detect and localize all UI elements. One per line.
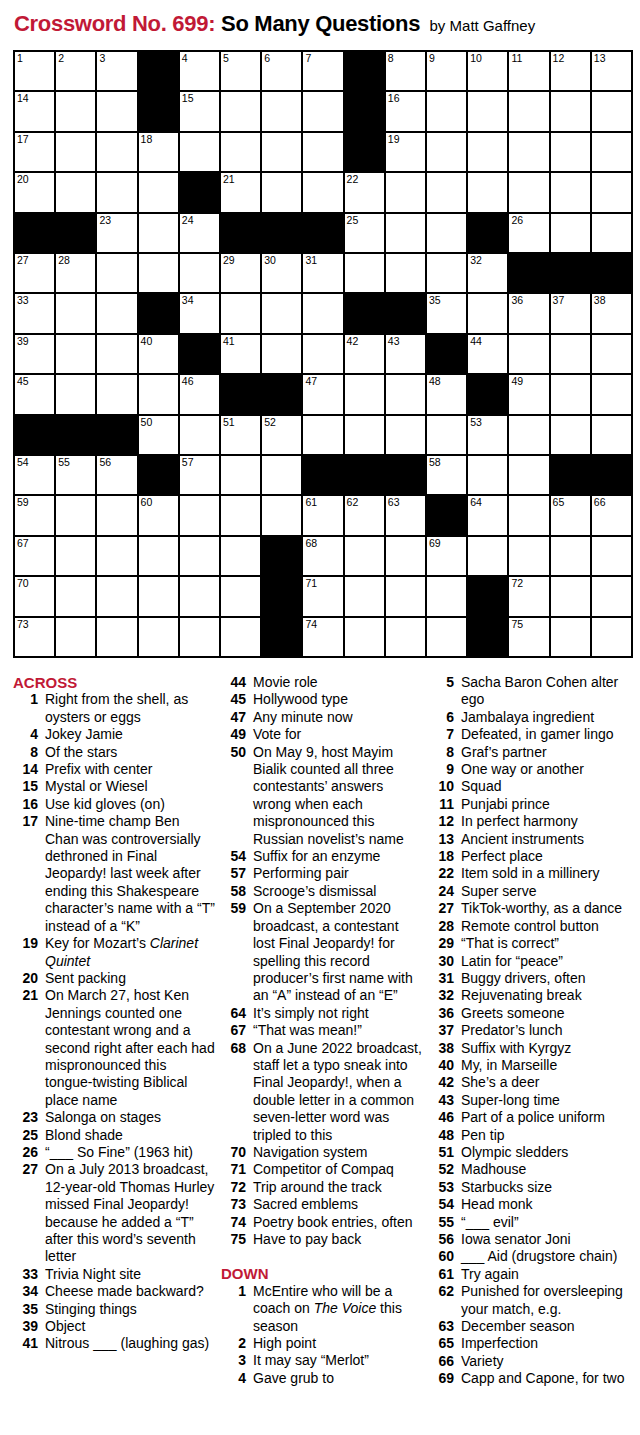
grid-cell[interactable] <box>221 537 260 575</box>
clue-number: 49 <box>221 726 253 743</box>
grid-cell[interactable]: 43 <box>386 335 425 373</box>
grid-cell[interactable]: 41 <box>221 335 260 373</box>
grid-cell[interactable] <box>262 496 301 534</box>
grid-cell[interactable]: 6 <box>262 52 301 90</box>
black-square <box>139 52 178 90</box>
grid-cell[interactable]: 49 <box>509 375 548 413</box>
grid-cell[interactable]: 60 <box>139 496 178 534</box>
cell-number: 42 <box>347 335 359 348</box>
grid-cell[interactable] <box>386 254 425 292</box>
grid-cell[interactable] <box>97 294 136 332</box>
clue-number: 60 <box>429 1248 461 1265</box>
clue-number: 11 <box>429 796 461 813</box>
grid-cell[interactable] <box>551 416 590 454</box>
grid-cell[interactable]: 64 <box>468 496 507 534</box>
grid-cell[interactable] <box>386 618 425 656</box>
grid-cell[interactable] <box>386 214 425 252</box>
grid-cell[interactable]: 42 <box>345 335 384 373</box>
grid-cell[interactable] <box>592 92 631 130</box>
grid-cell[interactable]: 52 <box>262 416 301 454</box>
grid-cell[interactable] <box>303 133 342 171</box>
black-square <box>427 496 466 534</box>
clue-text: On May 9, host Mayim Bialik counted all … <box>253 744 424 848</box>
grid-cell[interactable] <box>221 577 260 615</box>
clue-number: 73 <box>221 1196 253 1213</box>
clue-text: Of the stars <box>45 744 216 761</box>
grid-cell[interactable]: 54 <box>15 456 54 494</box>
clue-number: 67 <box>221 1022 253 1039</box>
grid-cell[interactable]: 58 <box>427 456 466 494</box>
clue: 47Any minute now <box>221 709 424 726</box>
grid-cell[interactable] <box>56 618 95 656</box>
grid-cell[interactable] <box>303 92 342 130</box>
grid-cell[interactable] <box>509 537 548 575</box>
clue: 28Remote control button <box>429 918 632 935</box>
grid-cell[interactable]: 29 <box>221 254 260 292</box>
grid-cell[interactable] <box>592 133 631 171</box>
grid-cell[interactable] <box>468 537 507 575</box>
grid-cell[interactable] <box>551 92 590 130</box>
clue-text: Buggy drivers, often <box>461 970 632 987</box>
clue-text: Ancient instruments <box>461 831 632 848</box>
clue-number: 1 <box>221 1283 253 1335</box>
clue-text: Nitrous ___ (laughing gas) <box>45 1335 216 1352</box>
grid-cell[interactable] <box>551 577 590 615</box>
clue-number: 13 <box>429 831 461 848</box>
grid-cell[interactable] <box>345 537 384 575</box>
clue-text: Sacha Baron Cohen alter ego <box>461 674 632 709</box>
grid-cell[interactable]: 66 <box>592 496 631 534</box>
grid-cell[interactable]: 75 <box>509 618 548 656</box>
grid-cell[interactable]: 65 <box>551 496 590 534</box>
clue-number: 20 <box>13 970 45 987</box>
clue-text: Navigation system <box>253 1144 424 1161</box>
cell-number: 63 <box>388 496 400 509</box>
clue: 8Of the stars <box>13 744 216 761</box>
clue: 61Try again <box>429 1266 632 1283</box>
down-heading: DOWN <box>221 1265 424 1282</box>
grid-cell[interactable] <box>592 335 631 373</box>
grid-cell[interactable] <box>427 416 466 454</box>
grid-cell[interactable] <box>262 173 301 211</box>
grid-cell[interactable]: 53 <box>468 416 507 454</box>
grid-cell[interactable] <box>262 133 301 171</box>
clue-column-1: ACROSS1Right from the shell, as oysters … <box>13 674 216 1353</box>
clue-text: Suffix for an enzyme <box>253 848 424 865</box>
cell-number: 70 <box>17 577 29 590</box>
grid-cell[interactable] <box>592 214 631 252</box>
grid-cell[interactable]: 37 <box>551 294 590 332</box>
grid-cell[interactable] <box>139 173 178 211</box>
grid-cell[interactable] <box>551 173 590 211</box>
clue-number: 37 <box>429 1022 461 1039</box>
clue-number: 43 <box>429 1092 461 1109</box>
grid-cell[interactable] <box>303 173 342 211</box>
grid-cell[interactable] <box>551 335 590 373</box>
grid-cell[interactable] <box>180 577 219 615</box>
grid-cell[interactable] <box>427 173 466 211</box>
grid-cell[interactable]: 20 <box>15 173 54 211</box>
grid-cell[interactable]: 45 <box>15 375 54 413</box>
grid-cell[interactable] <box>97 537 136 575</box>
grid-cell[interactable] <box>303 294 342 332</box>
grid-cell[interactable] <box>551 618 590 656</box>
cell-number: 52 <box>264 416 276 429</box>
grid-cell[interactable]: 46 <box>180 375 219 413</box>
grid-cell[interactable] <box>345 375 384 413</box>
grid-cell[interactable] <box>345 254 384 292</box>
grid-cell[interactable] <box>97 496 136 534</box>
black-square <box>427 335 466 373</box>
grid-cell[interactable] <box>427 618 466 656</box>
grid-cell[interactable]: 23 <box>97 214 136 252</box>
clue: 27TikTok-worthy, as a dance <box>429 900 632 917</box>
clue: 71Competitor of Compaq <box>221 1161 424 1178</box>
black-square <box>262 375 301 413</box>
grid-cell[interactable] <box>345 416 384 454</box>
grid-cell[interactable]: 9 <box>427 52 466 90</box>
grid-cell[interactable] <box>56 375 95 413</box>
grid-cell[interactable]: 68 <box>303 537 342 575</box>
grid-cell[interactable]: 19 <box>386 133 425 171</box>
grid-cell[interactable] <box>427 577 466 615</box>
black-square <box>56 416 95 454</box>
grid-cell[interactable]: 26 <box>509 214 548 252</box>
clue-text: McEntire who will be a coach on The Voic… <box>253 1283 424 1335</box>
cell-number: 58 <box>429 456 441 469</box>
grid-cell[interactable]: 22 <box>345 173 384 211</box>
grid-cell[interactable]: 4 <box>180 52 219 90</box>
grid-cell[interactable] <box>56 294 95 332</box>
grid-cell[interactable] <box>221 618 260 656</box>
grid-cell[interactable]: 14 <box>15 92 54 130</box>
grid-cell[interactable] <box>386 577 425 615</box>
grid-cell[interactable] <box>56 577 95 615</box>
grid-cell[interactable] <box>97 375 136 413</box>
grid-cell[interactable] <box>427 214 466 252</box>
clue-text: Trip around the track <box>253 1179 424 1196</box>
grid-cell[interactable] <box>468 456 507 494</box>
grid-cell[interactable] <box>427 254 466 292</box>
grid-cell[interactable] <box>427 133 466 171</box>
grid-cell[interactable] <box>509 456 548 494</box>
clue-text: Prefix with center <box>45 761 216 778</box>
cell-number: 53 <box>470 416 482 429</box>
grid-cell[interactable]: 61 <box>303 496 342 534</box>
clue-number: 2 <box>221 1335 253 1352</box>
clue-text: Capp and Capone, for two <box>461 1370 632 1387</box>
grid-cell[interactable] <box>56 335 95 373</box>
grid-cell[interactable] <box>592 577 631 615</box>
grid-cell[interactable] <box>221 92 260 130</box>
grid-cell[interactable]: 67 <box>15 537 54 575</box>
clue-number: 56 <box>429 1231 461 1248</box>
clue: 55“___ evil” <box>429 1214 632 1231</box>
grid-cell[interactable] <box>551 133 590 171</box>
grid-cell[interactable]: 36 <box>509 294 548 332</box>
clue-number: 27 <box>13 1161 45 1265</box>
clue: 15Mystal or Wiesel <box>13 778 216 795</box>
grid-cell[interactable] <box>262 294 301 332</box>
grid-cell[interactable]: 50 <box>139 416 178 454</box>
grid-cell[interactable] <box>221 496 260 534</box>
cell-number: 22 <box>347 173 359 186</box>
grid-cell[interactable] <box>139 254 178 292</box>
black-square <box>345 52 384 90</box>
cell-number: 32 <box>470 254 482 267</box>
grid-cell[interactable] <box>139 214 178 252</box>
grid-cell[interactable] <box>262 92 301 130</box>
grid-cell[interactable]: 70 <box>15 577 54 615</box>
clue-text: Punished for oversleeping your match, e.… <box>461 1283 632 1318</box>
black-square <box>262 577 301 615</box>
grid-cell[interactable] <box>386 375 425 413</box>
clue-number: 62 <box>429 1283 461 1318</box>
clue: 4Jokey Jamie <box>13 726 216 743</box>
clue: 67“That was mean!” <box>221 1022 424 1039</box>
crossword-grid[interactable]: 1234567891011121314151617181920212223242… <box>13 50 633 658</box>
grid-cell[interactable]: 63 <box>386 496 425 534</box>
grid-cell[interactable] <box>592 173 631 211</box>
grid-cell[interactable]: 57 <box>180 456 219 494</box>
cell-number: 13 <box>594 52 606 65</box>
clue-text: December season <box>461 1318 632 1335</box>
grid-cell[interactable] <box>97 133 136 171</box>
grid-cell[interactable] <box>592 416 631 454</box>
clue: 75Have to pay back <box>221 1231 424 1248</box>
grid-cell[interactable] <box>303 416 342 454</box>
clue: 43Super-long time <box>429 1092 632 1109</box>
clue-text: On a June 2022 broadcast, staff let a ty… <box>253 1040 424 1144</box>
grid-cell[interactable] <box>386 537 425 575</box>
grid-cell[interactable]: 44 <box>468 335 507 373</box>
grid-cell[interactable]: 69 <box>427 537 466 575</box>
grid-cell[interactable] <box>180 254 219 292</box>
grid-cell[interactable] <box>221 133 260 171</box>
grid-cell[interactable]: 11 <box>509 52 548 90</box>
grid-cell[interactable] <box>468 294 507 332</box>
clue-text: Right from the shell, as oysters or eggs <box>45 691 216 726</box>
grid-cell[interactable]: 27 <box>15 254 54 292</box>
grid-cell[interactable] <box>509 92 548 130</box>
grid-cell[interactable]: 31 <box>303 254 342 292</box>
grid-cell[interactable] <box>56 537 95 575</box>
clue-number: 32 <box>429 987 461 1004</box>
grid-cell[interactable] <box>427 92 466 130</box>
clue: 5Sacha Baron Cohen alter ego <box>429 674 632 709</box>
black-square <box>386 294 425 332</box>
grid-cell[interactable] <box>345 618 384 656</box>
grid-cell[interactable] <box>592 537 631 575</box>
cell-number: 62 <box>347 496 359 509</box>
grid-cell[interactable]: 5 <box>221 52 260 90</box>
grid-cell[interactable] <box>386 416 425 454</box>
clue-number: 29 <box>429 935 461 952</box>
clue: 49Vote for <box>221 726 424 743</box>
grid-cell[interactable] <box>468 92 507 130</box>
grid-cell[interactable] <box>97 577 136 615</box>
grid-cell[interactable] <box>551 375 590 413</box>
grid-cell[interactable]: 2 <box>56 52 95 90</box>
grid-cell[interactable]: 25 <box>345 214 384 252</box>
grid-cell[interactable]: 55 <box>56 456 95 494</box>
clue-text: On March 27, host Ken Jennings counted o… <box>45 987 216 1109</box>
clue-text: Performing pair <box>253 865 424 882</box>
clue-number: 71 <box>221 1161 253 1178</box>
grid-cell[interactable] <box>139 577 178 615</box>
grid-cell[interactable]: 3 <box>97 52 136 90</box>
grid-cell[interactable]: 21 <box>221 173 260 211</box>
grid-cell[interactable] <box>262 335 301 373</box>
grid-cell[interactable]: 59 <box>15 496 54 534</box>
clue: 40My, in Marseille <box>429 1057 632 1074</box>
clue: 12In perfect harmony <box>429 813 632 830</box>
grid-cell[interactable]: 72 <box>509 577 548 615</box>
clue: 63December season <box>429 1318 632 1335</box>
clue-number: 30 <box>429 953 461 970</box>
clue: 53Starbucks size <box>429 1179 632 1196</box>
black-square <box>345 133 384 171</box>
grid-cell[interactable] <box>592 375 631 413</box>
grid-cell[interactable]: 13 <box>592 52 631 90</box>
grid-cell[interactable]: 30 <box>262 254 301 292</box>
clue-text: TikTok-worthy, as a dance <box>461 900 632 917</box>
grid-cell[interactable]: 17 <box>15 133 54 171</box>
cell-number: 75 <box>511 618 523 631</box>
grid-cell[interactable] <box>551 537 590 575</box>
clue-number: 66 <box>429 1353 461 1370</box>
cell-number: 67 <box>17 537 29 550</box>
clue-text: Item sold in a millinery <box>461 865 632 882</box>
grid-cell[interactable]: 56 <box>97 456 136 494</box>
cell-number: 15 <box>182 92 194 105</box>
cell-number: 72 <box>511 577 523 590</box>
grid-cell[interactable] <box>509 173 548 211</box>
grid-cell[interactable]: 1 <box>15 52 54 90</box>
clue: 26“___ So Fine” (1963 hit) <box>13 1144 216 1161</box>
grid-cell[interactable]: 51 <box>221 416 260 454</box>
grid-cell[interactable]: 71 <box>303 577 342 615</box>
clue: 25Blond shade <box>13 1127 216 1144</box>
clue-text: Suffix with Kyrgyz <box>461 1040 632 1057</box>
grid-cell[interactable]: 28 <box>56 254 95 292</box>
grid-cell[interactable] <box>97 618 136 656</box>
grid-cell[interactable] <box>139 618 178 656</box>
grid-cell[interactable] <box>221 456 260 494</box>
grid-cell[interactable] <box>97 335 136 373</box>
grid-cell[interactable]: 33 <box>15 294 54 332</box>
clue-text: Any minute now <box>253 709 424 726</box>
cell-number: 49 <box>511 375 523 388</box>
grid-cell[interactable]: 15 <box>180 92 219 130</box>
grid-cell[interactable] <box>509 133 548 171</box>
grid-cell[interactable]: 35 <box>427 294 466 332</box>
grid-cell[interactable]: 47 <box>303 375 342 413</box>
black-square <box>509 254 548 292</box>
grid-cell[interactable]: 62 <box>345 496 384 534</box>
grid-cell[interactable]: 34 <box>180 294 219 332</box>
clue-text: Movie role <box>253 674 424 691</box>
grid-cell[interactable]: 7 <box>303 52 342 90</box>
clue-text: Predator’s lunch <box>461 1022 632 1039</box>
grid-cell[interactable]: 18 <box>139 133 178 171</box>
clue: 69Capp and Capone, for two <box>429 1370 632 1387</box>
grid-cell[interactable] <box>180 133 219 171</box>
grid-cell[interactable] <box>468 133 507 171</box>
black-square <box>345 294 384 332</box>
grid-cell[interactable] <box>56 92 95 130</box>
grid-cell[interactable] <box>139 375 178 413</box>
grid-cell[interactable]: 40 <box>139 335 178 373</box>
grid-cell[interactable] <box>262 456 301 494</box>
clue: 60___ Aid (drugstore chain) <box>429 1248 632 1265</box>
grid-cell[interactable]: 73 <box>15 618 54 656</box>
grid-cell[interactable] <box>509 335 548 373</box>
cell-number: 31 <box>305 254 317 267</box>
grid-cell[interactable] <box>97 254 136 292</box>
grid-cell[interactable] <box>180 537 219 575</box>
grid-cell[interactable] <box>592 618 631 656</box>
grid-cell[interactable] <box>551 214 590 252</box>
grid-cell[interactable]: 39 <box>15 335 54 373</box>
grid-cell[interactable]: 38 <box>592 294 631 332</box>
grid-cell[interactable] <box>468 173 507 211</box>
grid-cell[interactable] <box>221 294 260 332</box>
grid-cell[interactable] <box>139 537 178 575</box>
grid-cell[interactable] <box>180 416 219 454</box>
grid-cell[interactable] <box>509 416 548 454</box>
cell-number: 39 <box>17 335 29 348</box>
black-square <box>303 214 342 252</box>
grid-cell[interactable] <box>386 173 425 211</box>
clue: 21On March 27, host Ken Jennings counted… <box>13 987 216 1109</box>
grid-cell[interactable] <box>56 173 95 211</box>
cell-number: 65 <box>553 496 565 509</box>
clue-text: Mystal or Wiesel <box>45 778 216 795</box>
grid-cell[interactable]: 16 <box>386 92 425 130</box>
cell-number: 56 <box>99 456 111 469</box>
clue-number: 6 <box>429 709 461 726</box>
black-square <box>468 577 507 615</box>
clue: 54Suffix for an enzyme <box>221 848 424 865</box>
clue-text: Scrooge’s dismissal <box>253 883 424 900</box>
grid-cell[interactable] <box>180 618 219 656</box>
grid-cell[interactable] <box>345 577 384 615</box>
grid-cell[interactable]: 10 <box>468 52 507 90</box>
clue: 22Item sold in a millinery <box>429 865 632 882</box>
clue-text: Variety <box>461 1353 632 1370</box>
grid-cell[interactable]: 48 <box>427 375 466 413</box>
grid-cell[interactable] <box>56 133 95 171</box>
grid-cell[interactable]: 32 <box>468 254 507 292</box>
clue-number: 19 <box>13 935 45 970</box>
black-square <box>139 294 178 332</box>
grid-cell[interactable] <box>97 173 136 211</box>
grid-cell[interactable] <box>56 496 95 534</box>
clue-text: ___ Aid (drugstore chain) <box>461 1248 632 1265</box>
clue: 70Navigation system <box>221 1144 424 1161</box>
grid-cell[interactable]: 12 <box>551 52 590 90</box>
grid-cell[interactable] <box>97 92 136 130</box>
clue-text: Perfect place <box>461 848 632 865</box>
grid-cell[interactable] <box>180 496 219 534</box>
clue: 52Madhouse <box>429 1161 632 1178</box>
grid-cell[interactable]: 24 <box>180 214 219 252</box>
grid-cell[interactable]: 8 <box>386 52 425 90</box>
grid-cell[interactable] <box>303 335 342 373</box>
grid-cell[interactable] <box>509 496 548 534</box>
grid-cell[interactable]: 74 <box>303 618 342 656</box>
